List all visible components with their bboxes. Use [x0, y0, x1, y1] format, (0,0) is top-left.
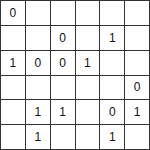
cell-empty[interactable]: [100, 76, 124, 100]
cell-given: 1: [100, 26, 124, 50]
cell-empty[interactable]: [1, 100, 25, 124]
cell-given: 1: [76, 51, 100, 75]
cell-given: 1: [100, 125, 124, 149]
cell-given: 0: [26, 51, 50, 75]
puzzle-board: 00110010110111: [0, 0, 150, 150]
cell-empty[interactable]: [125, 51, 149, 75]
cell-empty[interactable]: [51, 1, 75, 25]
cell-empty[interactable]: [100, 51, 124, 75]
cell-empty[interactable]: [26, 26, 50, 50]
cell-empty[interactable]: [125, 26, 149, 50]
cell-empty[interactable]: [1, 76, 25, 100]
cell-empty[interactable]: [51, 76, 75, 100]
puzzle-board-container: 00110010110111: [0, 0, 150, 150]
cell-empty[interactable]: [51, 125, 75, 149]
cell-given: 1: [26, 100, 50, 124]
cell-given: 0: [51, 26, 75, 50]
cell-given: 1: [125, 100, 149, 124]
cell-empty[interactable]: [76, 76, 100, 100]
cell-empty[interactable]: [26, 1, 50, 25]
cell-empty[interactable]: [76, 1, 100, 25]
cell-empty[interactable]: [125, 125, 149, 149]
cell-empty[interactable]: [125, 1, 149, 25]
cell-given: 1: [51, 100, 75, 124]
cell-empty[interactable]: [76, 125, 100, 149]
cell-given: 0: [100, 100, 124, 124]
cell-empty[interactable]: [76, 26, 100, 50]
cell-given: 0: [1, 1, 25, 25]
cell-empty[interactable]: [26, 76, 50, 100]
cell-empty[interactable]: [1, 125, 25, 149]
cell-given: 0: [51, 51, 75, 75]
cell-given: 1: [26, 125, 50, 149]
cell-given: 1: [1, 51, 25, 75]
cell-empty[interactable]: [100, 1, 124, 25]
cell-given: 0: [125, 76, 149, 100]
cell-empty[interactable]: [1, 26, 25, 50]
cell-empty[interactable]: [76, 100, 100, 124]
